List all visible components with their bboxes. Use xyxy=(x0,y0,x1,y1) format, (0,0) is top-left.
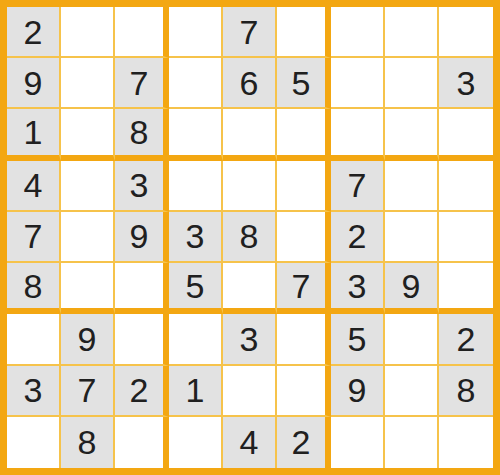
cell-r7c2[interactable]: 9 xyxy=(61,314,115,365)
cell-r6c8[interactable]: 9 xyxy=(385,263,439,314)
cell-r8c5[interactable] xyxy=(223,366,277,417)
cell-r8c7[interactable]: 9 xyxy=(331,366,385,417)
cell-r3c4[interactable] xyxy=(169,109,223,160)
cell-r6c9[interactable] xyxy=(439,263,493,314)
cell-r3c9[interactable] xyxy=(439,109,493,160)
cell-r4c7[interactable]: 7 xyxy=(331,161,385,212)
cell-r1c9[interactable] xyxy=(439,7,493,58)
cell-r9c9[interactable] xyxy=(439,417,493,468)
cell-r9c2[interactable]: 8 xyxy=(61,417,115,468)
cell-r2c3[interactable]: 7 xyxy=(115,58,169,109)
cell-r6c3[interactable] xyxy=(115,263,169,314)
cell-r9c4[interactable] xyxy=(169,417,223,468)
cell-r2c6[interactable]: 5 xyxy=(277,58,331,109)
cell-r2c1[interactable]: 9 xyxy=(7,58,61,109)
cell-r2c8[interactable] xyxy=(385,58,439,109)
cell-r2c5[interactable]: 6 xyxy=(223,58,277,109)
cell-r3c8[interactable] xyxy=(385,109,439,160)
cell-r6c5[interactable] xyxy=(223,263,277,314)
cell-r1c5[interactable]: 7 xyxy=(223,7,277,58)
cell-r6c7[interactable]: 3 xyxy=(331,263,385,314)
cell-r9c5[interactable]: 4 xyxy=(223,417,277,468)
cell-r9c6[interactable]: 2 xyxy=(277,417,331,468)
cell-r6c6[interactable]: 7 xyxy=(277,263,331,314)
cell-r3c1[interactable]: 1 xyxy=(7,109,61,160)
sudoku-board: 27976531843779382857399352372198842 xyxy=(0,0,500,475)
cell-r5c8[interactable] xyxy=(385,212,439,263)
cell-r4c5[interactable] xyxy=(223,161,277,212)
cell-r5c6[interactable] xyxy=(277,212,331,263)
cell-r8c2[interactable]: 7 xyxy=(61,366,115,417)
cell-r8c3[interactable]: 2 xyxy=(115,366,169,417)
cell-r8c6[interactable] xyxy=(277,366,331,417)
cell-r6c4[interactable]: 5 xyxy=(169,263,223,314)
cell-r1c7[interactable] xyxy=(331,7,385,58)
cell-r1c2[interactable] xyxy=(61,7,115,58)
cell-r8c9[interactable]: 8 xyxy=(439,366,493,417)
cell-r7c6[interactable] xyxy=(277,314,331,365)
cell-r7c4[interactable] xyxy=(169,314,223,365)
cell-r7c9[interactable]: 2 xyxy=(439,314,493,365)
cell-r3c5[interactable] xyxy=(223,109,277,160)
cell-r4c9[interactable] xyxy=(439,161,493,212)
cell-r4c8[interactable] xyxy=(385,161,439,212)
cell-r3c3[interactable]: 8 xyxy=(115,109,169,160)
cell-r5c3[interactable]: 9 xyxy=(115,212,169,263)
cell-r2c2[interactable] xyxy=(61,58,115,109)
cell-r5c9[interactable] xyxy=(439,212,493,263)
cell-r7c7[interactable]: 5 xyxy=(331,314,385,365)
cell-r7c8[interactable] xyxy=(385,314,439,365)
cell-r4c3[interactable]: 3 xyxy=(115,161,169,212)
cell-r3c6[interactable] xyxy=(277,109,331,160)
cell-r5c2[interactable] xyxy=(61,212,115,263)
cell-r9c7[interactable] xyxy=(331,417,385,468)
cell-r4c4[interactable] xyxy=(169,161,223,212)
cell-r7c1[interactable] xyxy=(7,314,61,365)
cell-r3c7[interactable] xyxy=(331,109,385,160)
cell-r2c7[interactable] xyxy=(331,58,385,109)
cell-r9c3[interactable] xyxy=(115,417,169,468)
cell-r1c6[interactable] xyxy=(277,7,331,58)
cell-r1c8[interactable] xyxy=(385,7,439,58)
cell-r4c2[interactable] xyxy=(61,161,115,212)
cell-r5c7[interactable]: 2 xyxy=(331,212,385,263)
cell-r1c1[interactable]: 2 xyxy=(7,7,61,58)
cell-r5c1[interactable]: 7 xyxy=(7,212,61,263)
cell-r8c1[interactable]: 3 xyxy=(7,366,61,417)
cell-r9c8[interactable] xyxy=(385,417,439,468)
cell-r8c8[interactable] xyxy=(385,366,439,417)
cell-r6c2[interactable] xyxy=(61,263,115,314)
cell-r7c3[interactable] xyxy=(115,314,169,365)
cell-r9c1[interactable] xyxy=(7,417,61,468)
cell-r5c5[interactable]: 8 xyxy=(223,212,277,263)
cell-r3c2[interactable] xyxy=(61,109,115,160)
cell-r2c9[interactable]: 3 xyxy=(439,58,493,109)
cell-r1c3[interactable] xyxy=(115,7,169,58)
cell-r6c1[interactable]: 8 xyxy=(7,263,61,314)
cell-r5c4[interactable]: 3 xyxy=(169,212,223,263)
cell-r4c6[interactable] xyxy=(277,161,331,212)
cell-r4c1[interactable]: 4 xyxy=(7,161,61,212)
cell-r7c5[interactable]: 3 xyxy=(223,314,277,365)
cell-r1c4[interactable] xyxy=(169,7,223,58)
cell-r2c4[interactable] xyxy=(169,58,223,109)
cell-r8c4[interactable]: 1 xyxy=(169,366,223,417)
